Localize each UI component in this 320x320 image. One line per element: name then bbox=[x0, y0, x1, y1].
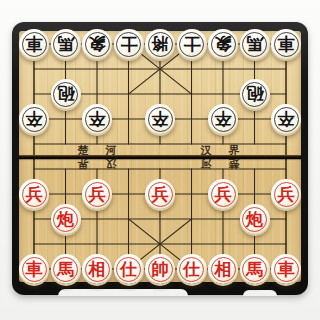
piece-character: 馬 bbox=[240, 29, 270, 59]
piece-character: 士 bbox=[114, 29, 144, 59]
piece-character: 帥 bbox=[145, 254, 175, 284]
piece-black-soldier[interactable]: 卒 bbox=[145, 104, 175, 134]
frame-notch bbox=[58, 289, 188, 296]
piece-red-horse[interactable]: 馬 bbox=[240, 254, 270, 284]
piece-character: 兵 bbox=[82, 179, 112, 209]
river-character: 河 bbox=[106, 145, 117, 156]
piece-character: 砲 bbox=[240, 79, 270, 109]
xiangqi-board[interactable]: 楚河 汉界 汉界 楚河 車馬象士將士象馬車砲砲卒卒卒卒卒兵兵兵兵兵炮炮車馬相仕帥… bbox=[19, 31, 301, 282]
piece-red-general[interactable]: 帥 bbox=[145, 254, 175, 284]
piece-character: 相 bbox=[208, 254, 238, 284]
piece-character: 炮 bbox=[240, 204, 270, 234]
river-character: 汉 bbox=[201, 145, 212, 156]
river-inscription-right-flipped: 楚河 bbox=[201, 158, 240, 169]
piece-character: 仕 bbox=[177, 254, 207, 284]
xiangqi-set-photo: 楚河 汉界 汉界 楚河 車馬象士將士象馬車砲砲卒卒卒卒卒兵兵兵兵兵炮炮車馬相仕帥… bbox=[0, 0, 320, 320]
piece-black-chariot[interactable]: 車 bbox=[19, 29, 49, 59]
river-character: 界 bbox=[78, 158, 89, 169]
piece-red-chariot[interactable]: 車 bbox=[19, 254, 49, 284]
piece-character: 砲 bbox=[51, 79, 81, 109]
piece-black-soldier[interactable]: 卒 bbox=[208, 104, 238, 134]
river-inscription-right: 汉界 bbox=[201, 145, 240, 156]
piece-red-soldier[interactable]: 兵 bbox=[19, 179, 49, 209]
frame-notch bbox=[243, 290, 277, 296]
piece-character: 馬 bbox=[240, 254, 270, 284]
piece-black-general[interactable]: 將 bbox=[145, 29, 175, 59]
piece-black-soldier[interactable]: 卒 bbox=[271, 104, 301, 134]
piece-character: 卒 bbox=[208, 104, 238, 134]
piece-character: 兵 bbox=[208, 179, 238, 209]
river-inscription-left: 楚河 bbox=[78, 145, 117, 156]
piece-black-cannon[interactable]: 砲 bbox=[51, 79, 81, 109]
piece-character: 仕 bbox=[114, 254, 144, 284]
piece-character: 卒 bbox=[19, 104, 49, 134]
piece-black-horse[interactable]: 馬 bbox=[51, 29, 81, 59]
piece-character: 卒 bbox=[82, 104, 112, 134]
river-character: 界 bbox=[229, 145, 240, 156]
piece-red-soldier[interactable]: 兵 bbox=[271, 179, 301, 209]
piece-character: 將 bbox=[145, 29, 175, 59]
piece-character: 卒 bbox=[145, 104, 175, 134]
river-character: 楚 bbox=[78, 145, 89, 156]
piece-black-advisor[interactable]: 士 bbox=[114, 29, 144, 59]
piece-character: 馬 bbox=[51, 254, 81, 284]
piece-character: 象 bbox=[208, 29, 238, 59]
piece-red-horse[interactable]: 馬 bbox=[51, 254, 81, 284]
piece-black-cannon[interactable]: 砲 bbox=[240, 79, 270, 109]
piece-black-advisor[interactable]: 士 bbox=[177, 29, 207, 59]
piece-character: 兵 bbox=[271, 179, 301, 209]
piece-character: 炮 bbox=[51, 204, 81, 234]
piece-character: 卒 bbox=[271, 104, 301, 134]
piece-character: 士 bbox=[177, 29, 207, 59]
piece-black-chariot[interactable]: 車 bbox=[271, 29, 301, 59]
piece-red-advisor[interactable]: 仕 bbox=[177, 254, 207, 284]
piece-character: 兵 bbox=[145, 179, 175, 209]
piece-red-advisor[interactable]: 仕 bbox=[114, 254, 144, 284]
piece-character: 馬 bbox=[51, 29, 81, 59]
piece-red-elephant[interactable]: 相 bbox=[208, 254, 238, 284]
piece-black-elephant[interactable]: 象 bbox=[208, 29, 238, 59]
piece-character: 兵 bbox=[19, 179, 49, 209]
piece-character: 車 bbox=[271, 254, 301, 284]
piece-character: 車 bbox=[19, 29, 49, 59]
piece-character: 相 bbox=[82, 254, 112, 284]
piece-black-soldier[interactable]: 卒 bbox=[19, 104, 49, 134]
river-character: 河 bbox=[201, 158, 212, 169]
piece-red-chariot[interactable]: 車 bbox=[271, 254, 301, 284]
piece-character: 車 bbox=[19, 254, 49, 284]
river-character: 楚 bbox=[229, 158, 240, 169]
fold-seam bbox=[19, 155, 301, 159]
piece-red-cannon[interactable]: 炮 bbox=[240, 204, 270, 234]
piece-red-soldier[interactable]: 兵 bbox=[145, 179, 175, 209]
piece-red-soldier[interactable]: 兵 bbox=[208, 179, 238, 209]
piece-red-soldier[interactable]: 兵 bbox=[82, 179, 112, 209]
piece-black-horse[interactable]: 馬 bbox=[240, 29, 270, 59]
river-character: 汉 bbox=[106, 158, 117, 169]
river-inscription-left-flipped: 汉界 bbox=[78, 158, 117, 169]
piece-character: 車 bbox=[271, 29, 301, 59]
piece-character: 象 bbox=[82, 29, 112, 59]
piece-black-elephant[interactable]: 象 bbox=[82, 29, 112, 59]
piece-red-cannon[interactable]: 炮 bbox=[51, 204, 81, 234]
piece-black-soldier[interactable]: 卒 bbox=[82, 104, 112, 134]
piece-red-elephant[interactable]: 相 bbox=[82, 254, 112, 284]
